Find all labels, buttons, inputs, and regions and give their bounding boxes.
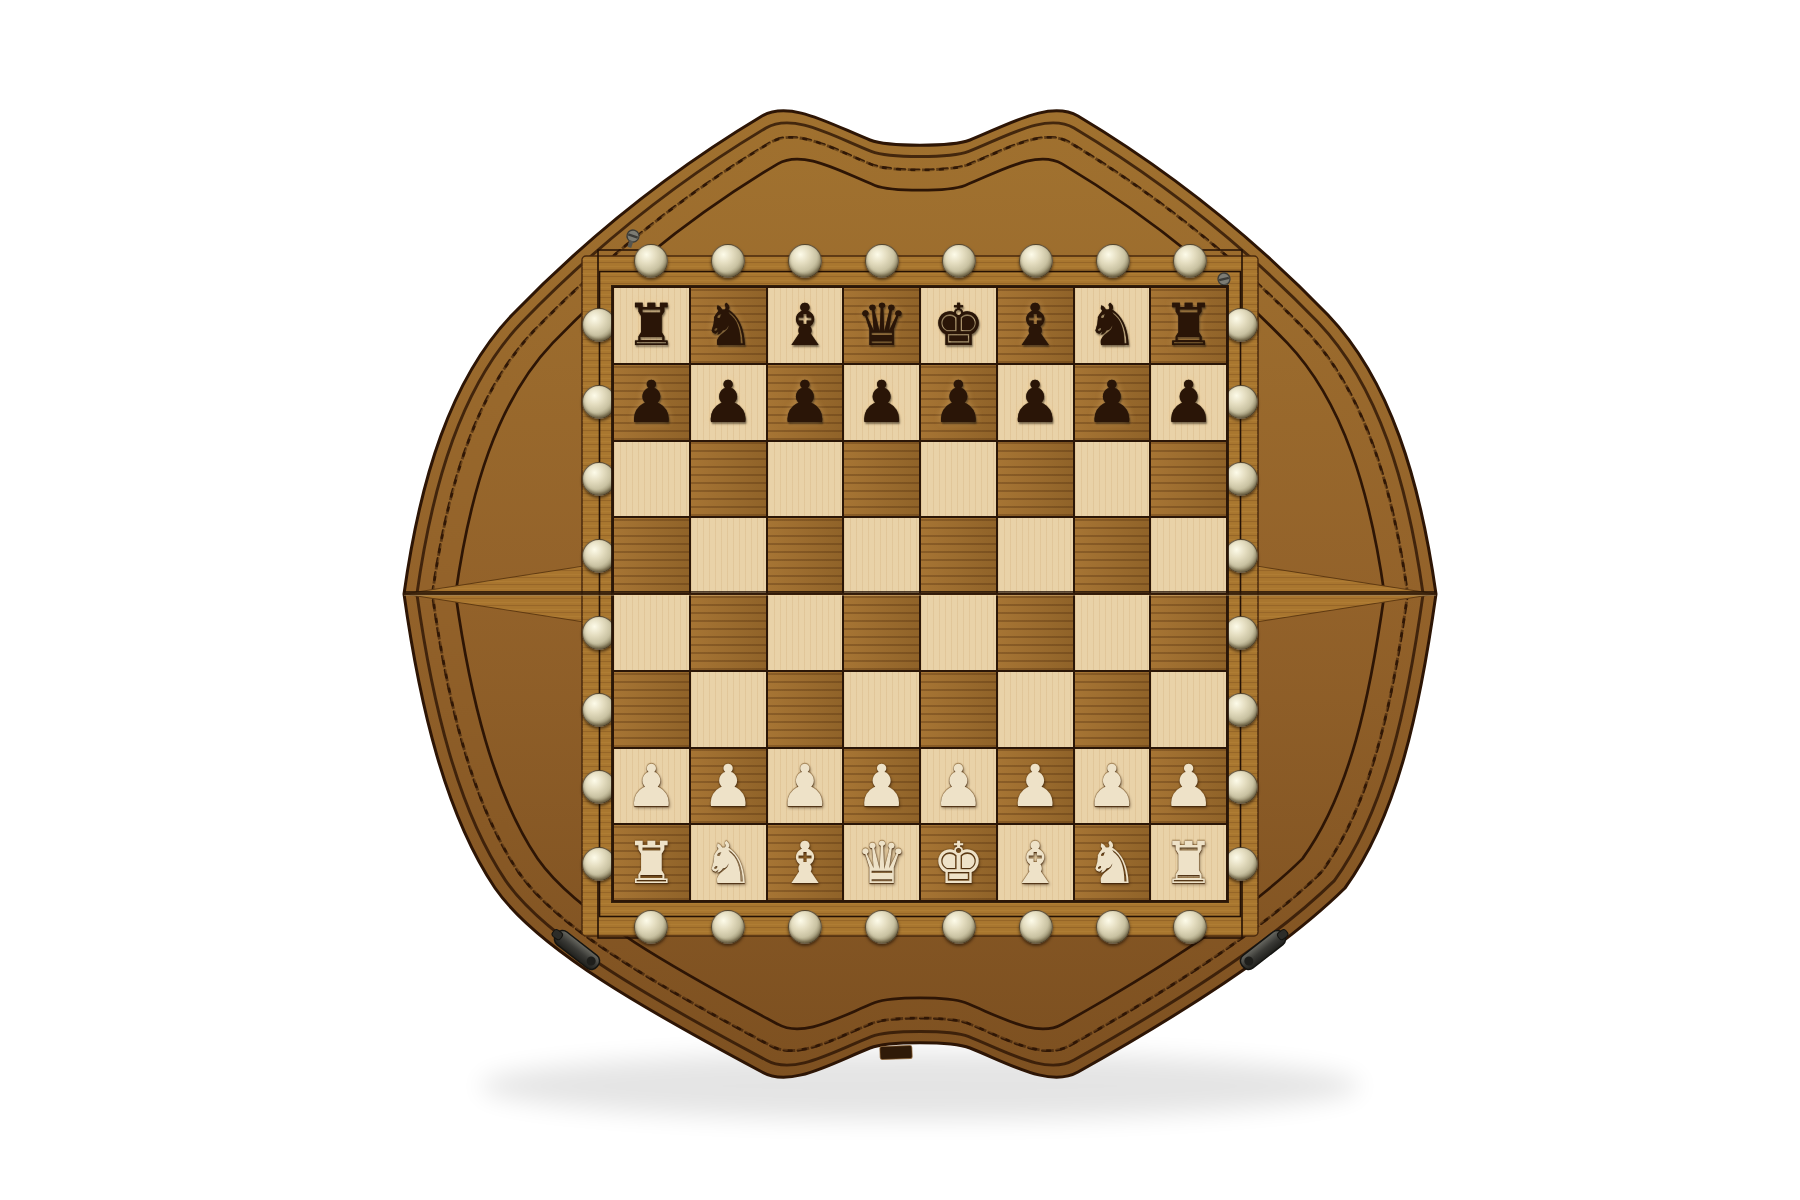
piece-black-pawn[interactable]: ♟ [702,373,754,431]
square-a3[interactable] [614,672,689,747]
square-e1[interactable]: ♚ [921,825,996,900]
chess-board[interactable]: ♜♞♝♛♚♝♞♜♟♟♟♟♟♟♟♟♟♟♟♟♟♟♟♟♜♞♝♛♚♝♞♜ [612,286,1228,902]
square-d8[interactable]: ♛ [844,288,919,363]
piece-white-knight[interactable]: ♞ [702,834,754,892]
square-a4[interactable] [614,595,689,670]
piece-white-rook[interactable]: ♜ [625,834,677,892]
square-d2[interactable]: ♟ [844,749,919,824]
square-g7[interactable]: ♟ [1075,365,1150,440]
square-c7[interactable]: ♟ [768,365,843,440]
piece-black-knight[interactable]: ♞ [702,296,754,354]
square-g4[interactable] [1075,595,1150,670]
square-e8[interactable]: ♚ [921,288,996,363]
square-g8[interactable]: ♞ [1075,288,1150,363]
piece-white-pawn[interactable]: ♟ [1163,757,1215,815]
piece-black-pawn[interactable]: ♟ [856,373,908,431]
piece-black-knight[interactable]: ♞ [1086,296,1138,354]
square-b8[interactable]: ♞ [691,288,766,363]
piece-black-pawn[interactable]: ♟ [1086,373,1138,431]
square-f5[interactable] [998,518,1073,593]
square-g6[interactable] [1075,442,1150,517]
square-f2[interactable]: ♟ [998,749,1073,824]
board-shadow [480,1052,1360,1120]
piece-white-rook[interactable]: ♜ [1163,834,1215,892]
square-b3[interactable] [691,672,766,747]
square-c4[interactable] [768,595,843,670]
square-a1[interactable]: ♜ [614,825,689,900]
square-d3[interactable] [844,672,919,747]
square-h7[interactable]: ♟ [1151,365,1226,440]
piece-black-pawn[interactable]: ♟ [1163,373,1215,431]
square-g1[interactable]: ♞ [1075,825,1150,900]
square-f6[interactable] [998,442,1073,517]
square-a8[interactable]: ♜ [614,288,689,363]
square-f7[interactable]: ♟ [998,365,1073,440]
piece-black-pawn[interactable]: ♟ [932,373,984,431]
piece-white-pawn[interactable]: ♟ [1086,757,1138,815]
square-e6[interactable] [921,442,996,517]
square-d6[interactable] [844,442,919,517]
square-a2[interactable]: ♟ [614,749,689,824]
square-a6[interactable] [614,442,689,517]
square-e2[interactable]: ♟ [921,749,996,824]
square-g2[interactable]: ♟ [1075,749,1150,824]
square-g3[interactable] [1075,672,1150,747]
piece-white-queen[interactable]: ♛ [856,834,908,892]
square-d7[interactable]: ♟ [844,365,919,440]
piece-white-bishop[interactable]: ♝ [779,834,831,892]
square-h6[interactable] [1151,442,1226,517]
square-c3[interactable] [768,672,843,747]
piece-black-king[interactable]: ♚ [932,296,984,354]
square-b5[interactable] [691,518,766,593]
square-c8[interactable]: ♝ [768,288,843,363]
piece-white-king[interactable]: ♚ [932,834,984,892]
piece-white-pawn[interactable]: ♟ [702,757,754,815]
piece-white-pawn[interactable]: ♟ [779,757,831,815]
square-d5[interactable] [844,518,919,593]
square-d4[interactable] [844,595,919,670]
square-b1[interactable]: ♞ [691,825,766,900]
square-a7[interactable]: ♟ [614,365,689,440]
square-c6[interactable] [768,442,843,517]
square-a5[interactable] [614,518,689,593]
square-c1[interactable]: ♝ [768,825,843,900]
square-h1[interactable]: ♜ [1151,825,1226,900]
square-c5[interactable] [768,518,843,593]
piece-white-pawn[interactable]: ♟ [625,757,677,815]
square-f8[interactable]: ♝ [998,288,1073,363]
square-e4[interactable] [921,595,996,670]
square-f3[interactable] [998,672,1073,747]
piece-white-pawn[interactable]: ♟ [1009,757,1061,815]
piece-white-bishop[interactable]: ♝ [1009,834,1061,892]
piece-black-rook[interactable]: ♜ [625,296,677,354]
square-h8[interactable]: ♜ [1151,288,1226,363]
square-e3[interactable] [921,672,996,747]
piece-black-bishop[interactable]: ♝ [779,296,831,354]
piece-black-pawn[interactable]: ♟ [1009,373,1061,431]
square-b7[interactable]: ♟ [691,365,766,440]
square-b2[interactable]: ♟ [691,749,766,824]
photo-stage: ♜♞♝♛♚♝♞♜♟♟♟♟♟♟♟♟♟♟♟♟♟♟♟♟♜♞♝♛♚♝♞♜ [0,0,1800,1200]
square-g5[interactable] [1075,518,1150,593]
square-h3[interactable] [1151,672,1226,747]
maker-stamp [880,1045,912,1059]
piece-white-pawn[interactable]: ♟ [856,757,908,815]
piece-black-rook[interactable]: ♜ [1163,296,1215,354]
square-b6[interactable] [691,442,766,517]
square-f1[interactable]: ♝ [998,825,1073,900]
piece-black-pawn[interactable]: ♟ [779,373,831,431]
square-c2[interactable]: ♟ [768,749,843,824]
piece-black-pawn[interactable]: ♟ [625,373,677,431]
square-f4[interactable] [998,595,1073,670]
square-e5[interactable] [921,518,996,593]
square-d1[interactable]: ♛ [844,825,919,900]
square-b4[interactable] [691,595,766,670]
square-h2[interactable]: ♟ [1151,749,1226,824]
square-h4[interactable] [1151,595,1226,670]
piece-black-bishop[interactable]: ♝ [1009,296,1061,354]
square-h5[interactable] [1151,518,1226,593]
piece-white-knight[interactable]: ♞ [1086,834,1138,892]
piece-white-pawn[interactable]: ♟ [932,757,984,815]
square-e7[interactable]: ♟ [921,365,996,440]
piece-black-queen[interactable]: ♛ [856,296,908,354]
